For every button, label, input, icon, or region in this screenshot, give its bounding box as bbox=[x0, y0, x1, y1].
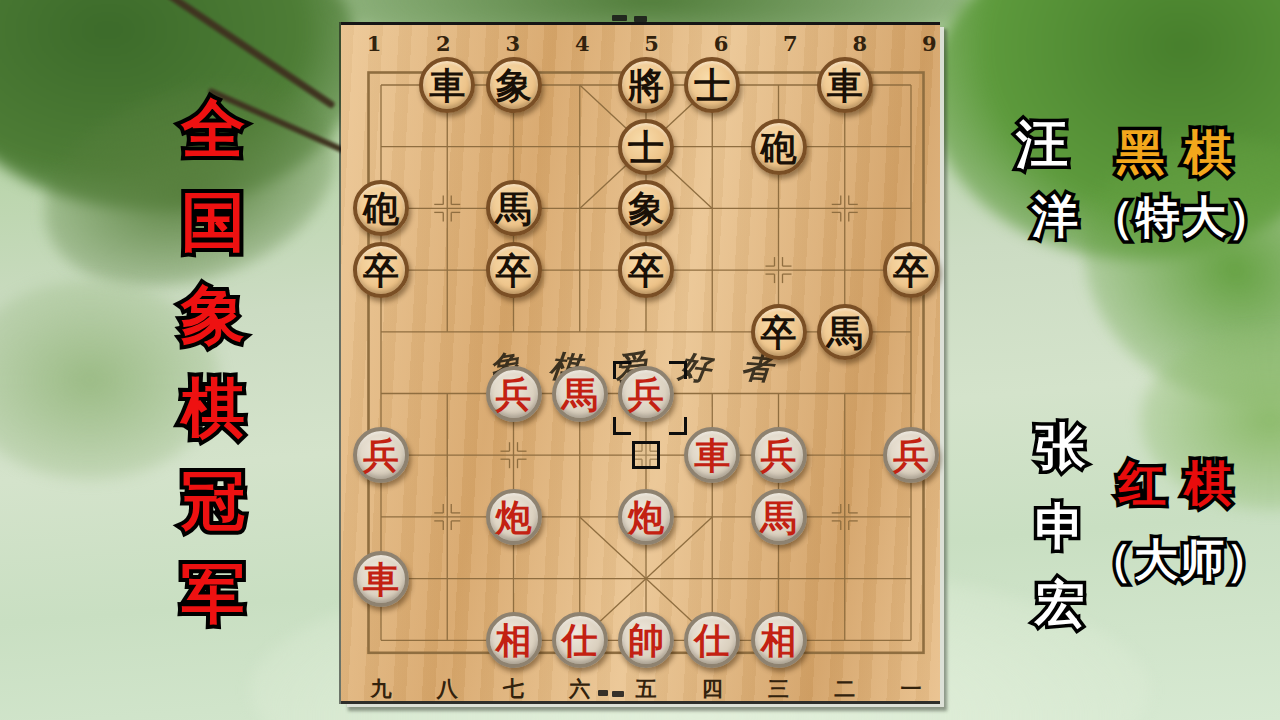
clipped-watermark-fragment bbox=[598, 690, 608, 696]
piece-black-cannon[interactable]: 砲 bbox=[353, 180, 409, 236]
file-number-top: 2 bbox=[436, 31, 451, 56]
red-player-title: （大师） bbox=[1088, 531, 1272, 590]
piece-black-soldier[interactable]: 卒 bbox=[618, 242, 674, 298]
black-player-surname: 汪 bbox=[1016, 110, 1068, 180]
piece-black-soldier[interactable]: 卒 bbox=[883, 242, 939, 298]
clipped-watermark-fragment bbox=[612, 15, 627, 21]
file-number-top: 8 bbox=[852, 31, 867, 56]
banner-char: 全 bbox=[181, 96, 245, 162]
black-player-given-name: 洋 bbox=[1032, 186, 1078, 248]
file-number-bottom: 六 bbox=[569, 675, 590, 703]
file-number-bottom: 五 bbox=[636, 675, 657, 703]
piece-black-horse[interactable]: 馬 bbox=[817, 304, 873, 360]
piece-red-soldier[interactable]: 兵 bbox=[883, 427, 939, 483]
piece-red-soldier[interactable]: 兵 bbox=[751, 427, 807, 483]
piece-red-horse[interactable]: 馬 bbox=[552, 366, 608, 422]
piece-red-elephant[interactable]: 相 bbox=[486, 612, 542, 668]
file-number-top: 9 bbox=[922, 31, 937, 56]
file-number-bottom: 八 bbox=[437, 675, 458, 703]
file-number-bottom: 一 bbox=[901, 675, 922, 703]
left-banner: 全国象棋冠军 bbox=[174, 96, 252, 627]
clipped-watermark-fragment bbox=[634, 16, 647, 22]
file-number-top: 7 bbox=[783, 31, 798, 56]
piece-black-elephant[interactable]: 象 bbox=[486, 57, 542, 113]
piece-red-chariot[interactable]: 車 bbox=[353, 551, 409, 607]
piece-black-horse[interactable]: 馬 bbox=[486, 180, 542, 236]
file-number-bottom: 二 bbox=[834, 675, 855, 703]
banner-char: 国 bbox=[181, 189, 245, 255]
piece-red-soldier[interactable]: 兵 bbox=[618, 366, 674, 422]
piece-red-cannon[interactable]: 炮 bbox=[486, 489, 542, 545]
piece-black-advisor[interactable]: 士 bbox=[684, 57, 740, 113]
piece-red-soldier[interactable]: 兵 bbox=[486, 366, 542, 422]
red-side-label: 红棋 bbox=[1118, 452, 1250, 516]
stage: 全国象棋冠军 123456789九八七六五四三二一 象棋爱好者 車象將士車士砲砲… bbox=[0, 0, 1280, 720]
piece-black-chariot[interactable]: 車 bbox=[817, 57, 873, 113]
file-number-bottom: 三 bbox=[768, 675, 789, 703]
red-player-name-char: 张 bbox=[1035, 414, 1085, 481]
banner-char: 象 bbox=[181, 282, 245, 348]
xiangqi-board[interactable]: 123456789九八七六五四三二一 象棋爱好者 車象將士車士砲砲馬象卒卒卒卒卒… bbox=[341, 22, 940, 704]
piece-red-soldier[interactable]: 兵 bbox=[353, 427, 409, 483]
piece-red-general[interactable]: 帥 bbox=[618, 612, 674, 668]
piece-black-elephant[interactable]: 象 bbox=[618, 180, 674, 236]
piece-red-horse[interactable]: 馬 bbox=[751, 489, 807, 545]
piece-red-cannon[interactable]: 炮 bbox=[618, 489, 674, 545]
piece-black-soldier[interactable]: 卒 bbox=[353, 242, 409, 298]
piece-black-chariot[interactable]: 車 bbox=[419, 57, 475, 113]
file-number-bottom: 九 bbox=[371, 675, 392, 703]
file-number-bottom: 四 bbox=[702, 675, 723, 703]
clipped-watermark-fragment bbox=[612, 691, 624, 697]
black-side-label: 黑棋 bbox=[1116, 121, 1252, 185]
black-player-title: （特大） bbox=[1090, 188, 1274, 247]
red-player-name-char: 宏 bbox=[1035, 571, 1085, 638]
piece-black-soldier[interactable]: 卒 bbox=[486, 242, 542, 298]
piece-black-advisor[interactable]: 士 bbox=[618, 119, 674, 175]
piece-red-elephant[interactable]: 相 bbox=[751, 612, 807, 668]
file-number-top: 5 bbox=[644, 31, 659, 56]
file-number-top: 1 bbox=[367, 31, 382, 56]
file-number-bottom: 七 bbox=[503, 675, 524, 703]
piece-black-soldier[interactable]: 卒 bbox=[751, 304, 807, 360]
red-player-name-char: 申 bbox=[1035, 494, 1085, 561]
piece-red-advisor[interactable]: 仕 bbox=[552, 612, 608, 668]
banner-char: 军 bbox=[181, 561, 245, 627]
file-number-top: 4 bbox=[575, 31, 590, 56]
river-text-char: 好 bbox=[677, 345, 714, 391]
piece-black-general[interactable]: 將 bbox=[618, 57, 674, 113]
last-move-origin-marker bbox=[632, 441, 660, 469]
banner-char: 棋 bbox=[181, 375, 245, 441]
file-number-top: 6 bbox=[714, 31, 729, 56]
banner-char: 冠 bbox=[181, 468, 245, 534]
file-number-top: 3 bbox=[505, 31, 520, 56]
piece-black-cannon[interactable]: 砲 bbox=[751, 119, 807, 175]
